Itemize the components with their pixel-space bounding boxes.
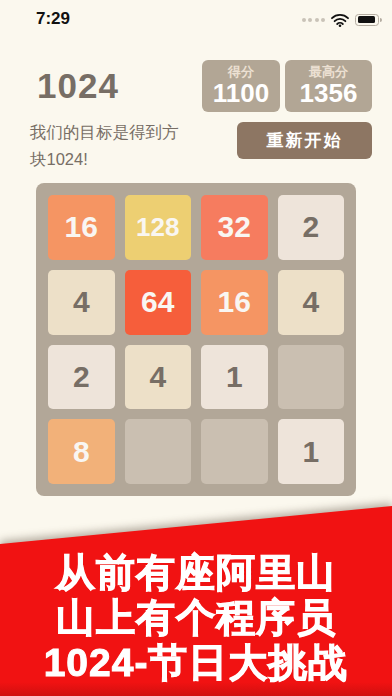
tile-128: 128 xyxy=(125,195,192,260)
promo-banner-text: 从前有座阿里山 山上有个程序员 1024-节日大挑战 xyxy=(0,550,392,685)
restart-button[interactable]: 重新开始 xyxy=(237,122,372,159)
battery-icon xyxy=(355,14,379,26)
goal-line-1: 我们的目标是得到方 xyxy=(30,119,179,146)
best-score-label: 最高分 xyxy=(309,65,348,79)
status-bar: 7:29 xyxy=(0,0,392,40)
tile-4: 4 xyxy=(125,345,192,410)
promo-banner[interactable]: 从前有座阿里山 山上有个程序员 1024-节日大挑战 xyxy=(0,500,392,696)
best-score-box: 最高分 1356 xyxy=(285,60,372,112)
goal-line-2: 块1024! xyxy=(30,146,179,173)
tile-2: 2 xyxy=(278,195,345,260)
empty-cell xyxy=(201,419,268,484)
empty-cell xyxy=(278,345,345,410)
banner-line-1: 从前有座阿里山 xyxy=(0,550,392,595)
score-value: 1100 xyxy=(213,79,269,108)
banner-line-3: 1024-节日大挑战 xyxy=(0,640,392,685)
score-label: 得分 xyxy=(228,65,254,79)
tile-2: 2 xyxy=(48,345,115,410)
wifi-icon xyxy=(331,13,349,26)
goal-text: 我们的目标是得到方 块1024! xyxy=(30,119,179,173)
tile-4: 4 xyxy=(278,270,345,335)
tile-32: 32 xyxy=(201,195,268,260)
board-grid[interactable]: 1612832246416424181 xyxy=(36,183,356,496)
empty-cell xyxy=(125,419,192,484)
best-score-value: 1356 xyxy=(300,79,358,108)
tile-1: 1 xyxy=(278,419,345,484)
banner-line-2: 山上有个程序员 xyxy=(0,595,392,640)
page-title: 1024 xyxy=(37,66,119,106)
score-box: 得分 1100 xyxy=(202,60,280,112)
tile-16: 16 xyxy=(48,195,115,260)
tile-64: 64 xyxy=(125,270,192,335)
cellular-signal-icon xyxy=(302,14,326,25)
tile-8: 8 xyxy=(48,419,115,484)
tile-16: 16 xyxy=(201,270,268,335)
status-icons xyxy=(302,13,380,26)
tile-4: 4 xyxy=(48,270,115,335)
tile-1: 1 xyxy=(201,345,268,410)
clock-time: 7:29 xyxy=(36,9,70,29)
